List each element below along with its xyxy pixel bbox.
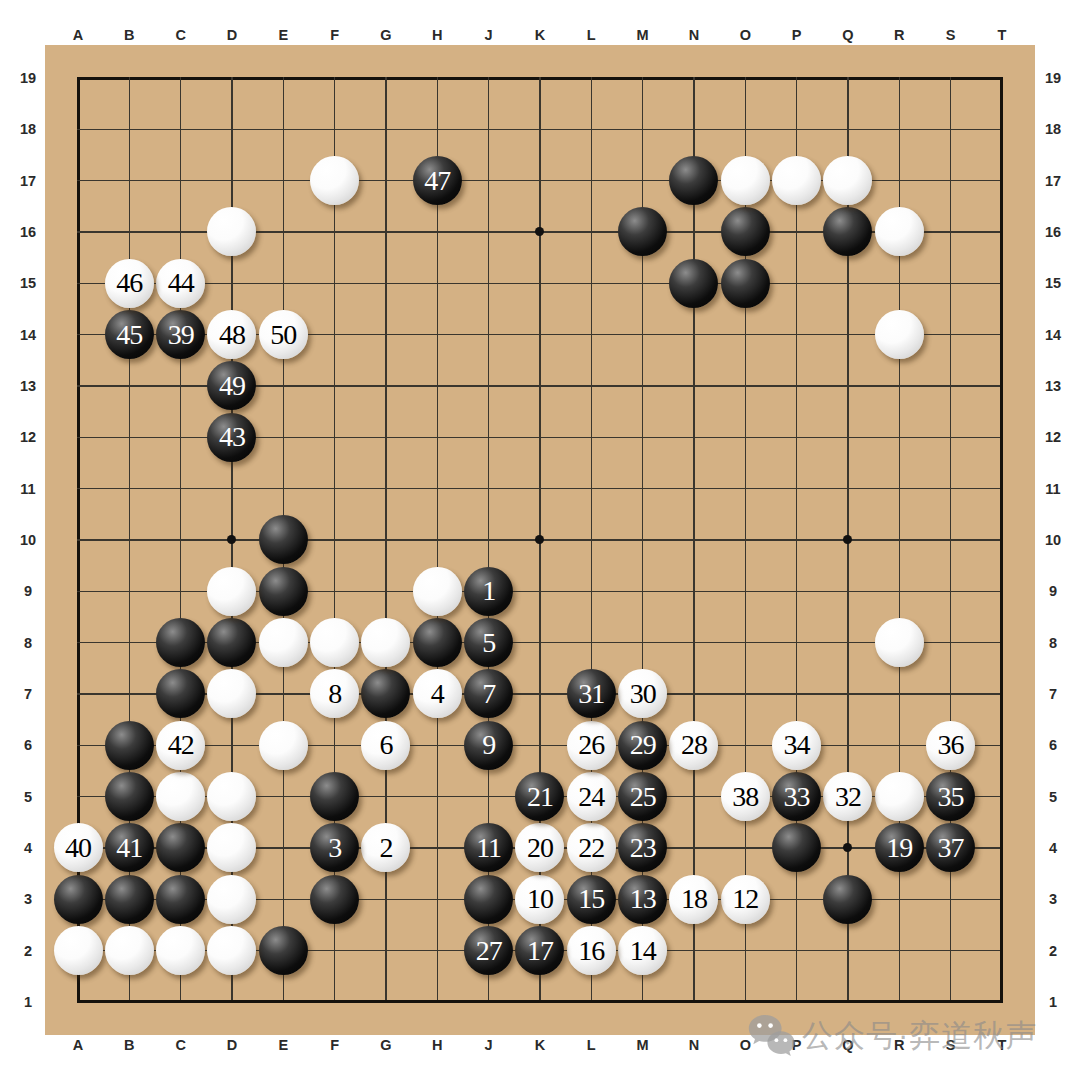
stone-white-F17 bbox=[310, 156, 359, 205]
row-label-left-9: 9 bbox=[14, 582, 42, 600]
stone-white-R16 bbox=[875, 207, 924, 256]
grid-line-v-T bbox=[1000, 77, 1003, 1004]
row-label-left-7: 7 bbox=[14, 685, 42, 703]
move-number: 50 bbox=[270, 321, 296, 349]
stone-black-E2 bbox=[259, 926, 308, 975]
col-label-top-S: S bbox=[937, 26, 965, 44]
stone-white-S6-move-36: 36 bbox=[926, 721, 975, 770]
col-label-bottom-Q: Q bbox=[834, 1036, 862, 1054]
col-label-top-K: K bbox=[526, 26, 554, 44]
move-number: 27 bbox=[476, 937, 502, 965]
move-number: 41 bbox=[116, 834, 142, 862]
row-label-right-16: 16 bbox=[1039, 223, 1067, 241]
move-number: 43 bbox=[219, 423, 245, 451]
move-number: 7 bbox=[482, 680, 495, 708]
stone-white-D3 bbox=[207, 875, 256, 924]
move-number: 29 bbox=[630, 731, 656, 759]
move-number: 37 bbox=[938, 834, 964, 862]
row-label-left-2: 2 bbox=[14, 942, 42, 960]
row-label-left-16: 16 bbox=[14, 223, 42, 241]
stone-white-N3-move-18: 18 bbox=[669, 875, 718, 924]
stone-black-B14-move-45: 45 bbox=[105, 310, 154, 359]
stone-black-P5-move-33: 33 bbox=[772, 772, 821, 821]
stone-black-F5 bbox=[310, 772, 359, 821]
move-number: 25 bbox=[630, 783, 656, 811]
row-label-right-11: 11 bbox=[1039, 480, 1067, 498]
row-label-left-14: 14 bbox=[14, 326, 42, 344]
stone-black-B5 bbox=[105, 772, 154, 821]
row-label-right-5: 5 bbox=[1039, 788, 1067, 806]
col-label-bottom-M: M bbox=[629, 1036, 657, 1054]
col-label-bottom-L: L bbox=[577, 1036, 605, 1054]
stone-white-O5-move-38: 38 bbox=[721, 772, 770, 821]
move-number: 21 bbox=[527, 783, 553, 811]
stone-black-O15 bbox=[721, 259, 770, 308]
stone-white-A2 bbox=[54, 926, 103, 975]
row-label-left-18: 18 bbox=[14, 120, 42, 138]
col-label-top-A: A bbox=[64, 26, 92, 44]
stone-black-N15 bbox=[669, 259, 718, 308]
stone-black-E9 bbox=[259, 567, 308, 616]
col-label-top-D: D bbox=[218, 26, 246, 44]
col-label-bottom-D: D bbox=[218, 1036, 246, 1054]
col-label-top-N: N bbox=[680, 26, 708, 44]
move-number: 38 bbox=[732, 783, 758, 811]
col-label-top-M: M bbox=[629, 26, 657, 44]
move-number: 28 bbox=[681, 731, 707, 759]
col-label-bottom-C: C bbox=[167, 1036, 195, 1054]
row-label-left-10: 10 bbox=[14, 531, 42, 549]
stone-black-M5-move-25: 25 bbox=[618, 772, 667, 821]
stone-white-H7-move-4: 4 bbox=[413, 669, 462, 718]
col-label-bottom-N: N bbox=[680, 1036, 708, 1054]
col-label-top-O: O bbox=[731, 26, 759, 44]
col-label-bottom-K: K bbox=[526, 1036, 554, 1054]
col-label-top-E: E bbox=[269, 26, 297, 44]
row-label-left-5: 5 bbox=[14, 788, 42, 806]
move-number: 24 bbox=[578, 783, 604, 811]
stone-black-J2-move-27: 27 bbox=[464, 926, 513, 975]
row-label-left-17: 17 bbox=[14, 172, 42, 190]
move-number: 40 bbox=[65, 834, 91, 862]
col-label-bottom-P: P bbox=[783, 1036, 811, 1054]
col-label-top-G: G bbox=[372, 26, 400, 44]
stone-white-M2-move-14: 14 bbox=[618, 926, 667, 975]
move-number: 1 bbox=[482, 577, 495, 605]
move-number: 4 bbox=[431, 680, 444, 708]
col-label-bottom-O: O bbox=[731, 1036, 759, 1054]
row-label-right-12: 12 bbox=[1039, 428, 1067, 446]
row-label-right-1: 1 bbox=[1039, 993, 1067, 1011]
stone-black-J9-move-1: 1 bbox=[464, 567, 513, 616]
grid-line-h-6 bbox=[77, 745, 1004, 747]
row-label-right-4: 4 bbox=[1039, 839, 1067, 857]
col-label-top-B: B bbox=[115, 26, 143, 44]
col-label-bottom-A: A bbox=[64, 1036, 92, 1054]
stone-black-L7-move-31: 31 bbox=[567, 669, 616, 718]
row-label-right-18: 18 bbox=[1039, 120, 1067, 138]
stone-black-C14-move-39: 39 bbox=[156, 310, 205, 359]
move-number: 32 bbox=[835, 783, 861, 811]
move-number: 42 bbox=[168, 731, 194, 759]
stone-white-B2 bbox=[105, 926, 154, 975]
move-number: 8 bbox=[328, 680, 341, 708]
stone-white-E14-move-50: 50 bbox=[259, 310, 308, 359]
stone-black-M6-move-29: 29 bbox=[618, 721, 667, 770]
stone-white-K3-move-10: 10 bbox=[515, 875, 564, 924]
stone-black-E10 bbox=[259, 515, 308, 564]
stone-white-L2-move-16: 16 bbox=[567, 926, 616, 975]
move-number: 13 bbox=[630, 885, 656, 913]
col-label-bottom-S: S bbox=[937, 1036, 965, 1054]
move-number: 34 bbox=[784, 731, 810, 759]
row-label-right-10: 10 bbox=[1039, 531, 1067, 549]
stone-black-D12-move-43: 43 bbox=[207, 413, 256, 462]
row-label-right-19: 19 bbox=[1039, 69, 1067, 87]
move-number: 16 bbox=[578, 937, 604, 965]
row-label-right-15: 15 bbox=[1039, 274, 1067, 292]
move-number: 31 bbox=[578, 680, 604, 708]
grid-line-v-N bbox=[693, 77, 695, 1004]
move-number: 11 bbox=[476, 834, 501, 862]
move-number: 17 bbox=[527, 937, 553, 965]
stone-white-C5 bbox=[156, 772, 205, 821]
move-number: 36 bbox=[938, 731, 964, 759]
move-number: 48 bbox=[219, 321, 245, 349]
row-label-right-9: 9 bbox=[1039, 582, 1067, 600]
move-number: 9 bbox=[482, 731, 495, 759]
stone-white-D9 bbox=[207, 567, 256, 616]
col-label-bottom-B: B bbox=[115, 1036, 143, 1054]
col-label-top-L: L bbox=[577, 26, 605, 44]
move-number: 23 bbox=[630, 834, 656, 862]
col-label-top-J: J bbox=[475, 26, 503, 44]
row-label-right-17: 17 bbox=[1039, 172, 1067, 190]
row-label-right-3: 3 bbox=[1039, 890, 1067, 908]
move-number: 10 bbox=[527, 885, 553, 913]
col-label-bottom-E: E bbox=[269, 1036, 297, 1054]
move-number: 30 bbox=[630, 680, 656, 708]
move-number: 19 bbox=[886, 834, 912, 862]
row-label-left-15: 15 bbox=[14, 274, 42, 292]
col-label-top-T: T bbox=[988, 26, 1016, 44]
stone-black-C3 bbox=[156, 875, 205, 924]
stone-white-G6-move-6: 6 bbox=[361, 721, 410, 770]
stone-white-L5-move-24: 24 bbox=[567, 772, 616, 821]
grid-line-h-1 bbox=[77, 1000, 1004, 1003]
row-label-left-1: 1 bbox=[14, 993, 42, 1011]
move-number: 6 bbox=[379, 731, 392, 759]
stone-black-B6 bbox=[105, 721, 154, 770]
stone-black-C8 bbox=[156, 618, 205, 667]
col-label-top-R: R bbox=[885, 26, 913, 44]
move-number: 45 bbox=[116, 321, 142, 349]
move-number: 12 bbox=[732, 885, 758, 913]
row-label-right-7: 7 bbox=[1039, 685, 1067, 703]
row-label-left-8: 8 bbox=[14, 634, 42, 652]
move-number: 26 bbox=[578, 731, 604, 759]
stone-white-C6-move-42: 42 bbox=[156, 721, 205, 770]
col-label-top-P: P bbox=[783, 26, 811, 44]
stone-black-R4-move-19: 19 bbox=[875, 823, 924, 872]
stone-black-L3-move-15: 15 bbox=[567, 875, 616, 924]
col-label-bottom-R: R bbox=[885, 1036, 913, 1054]
row-label-right-13: 13 bbox=[1039, 377, 1067, 395]
move-number: 2 bbox=[379, 834, 392, 862]
stone-black-O16 bbox=[721, 207, 770, 256]
stone-white-C15-move-44: 44 bbox=[156, 259, 205, 308]
col-label-bottom-T: T bbox=[988, 1036, 1016, 1054]
stone-black-H8 bbox=[413, 618, 462, 667]
row-label-right-2: 2 bbox=[1039, 942, 1067, 960]
stone-white-R14 bbox=[875, 310, 924, 359]
move-number: 39 bbox=[168, 321, 194, 349]
row-label-left-19: 19 bbox=[14, 69, 42, 87]
stone-white-F8 bbox=[310, 618, 359, 667]
stone-white-R5 bbox=[875, 772, 924, 821]
stone-white-P17 bbox=[772, 156, 821, 205]
move-number: 33 bbox=[784, 783, 810, 811]
stone-black-Q3 bbox=[823, 875, 872, 924]
stone-white-E8 bbox=[259, 618, 308, 667]
stone-black-F3 bbox=[310, 875, 359, 924]
stone-white-L4-move-22: 22 bbox=[567, 823, 616, 872]
stone-white-R8 bbox=[875, 618, 924, 667]
row-label-left-13: 13 bbox=[14, 377, 42, 395]
stone-black-J3 bbox=[464, 875, 513, 924]
stone-black-H17-move-47: 47 bbox=[413, 156, 462, 205]
col-label-top-C: C bbox=[167, 26, 195, 44]
stone-white-O3-move-12: 12 bbox=[721, 875, 770, 924]
stone-white-B15-move-46: 46 bbox=[105, 259, 154, 308]
stone-black-M3-move-13: 13 bbox=[618, 875, 667, 924]
move-number: 20 bbox=[527, 834, 553, 862]
move-number: 47 bbox=[424, 167, 450, 195]
stone-black-B4-move-41: 41 bbox=[105, 823, 154, 872]
move-number: 35 bbox=[938, 783, 964, 811]
row-label-right-14: 14 bbox=[1039, 326, 1067, 344]
row-label-left-12: 12 bbox=[14, 428, 42, 446]
move-number: 46 bbox=[116, 269, 142, 297]
row-label-left-4: 4 bbox=[14, 839, 42, 857]
stone-white-N6-move-28: 28 bbox=[669, 721, 718, 770]
col-label-bottom-F: F bbox=[321, 1036, 349, 1054]
stone-black-B3 bbox=[105, 875, 154, 924]
move-number: 15 bbox=[578, 885, 604, 913]
stone-black-S5-move-35: 35 bbox=[926, 772, 975, 821]
move-number: 44 bbox=[168, 269, 194, 297]
stone-white-C2 bbox=[156, 926, 205, 975]
row-label-left-6: 6 bbox=[14, 736, 42, 754]
row-label-right-8: 8 bbox=[1039, 634, 1067, 652]
stone-white-E6 bbox=[259, 721, 308, 770]
stone-white-A4-move-40: 40 bbox=[54, 823, 103, 872]
move-number: 5 bbox=[482, 629, 495, 657]
stone-white-H9 bbox=[413, 567, 462, 616]
stone-black-J8-move-5: 5 bbox=[464, 618, 513, 667]
col-label-top-F: F bbox=[321, 26, 349, 44]
col-label-bottom-G: G bbox=[372, 1036, 400, 1054]
stone-white-O17 bbox=[721, 156, 770, 205]
row-label-left-11: 11 bbox=[14, 480, 42, 498]
col-label-top-H: H bbox=[423, 26, 451, 44]
row-label-left-3: 3 bbox=[14, 890, 42, 908]
move-number: 18 bbox=[681, 885, 707, 913]
stone-white-L6-move-26: 26 bbox=[567, 721, 616, 770]
stone-black-A3 bbox=[54, 875, 103, 924]
move-number: 49 bbox=[219, 372, 245, 400]
col-label-bottom-J: J bbox=[475, 1036, 503, 1054]
row-label-right-6: 6 bbox=[1039, 736, 1067, 754]
stone-black-J6-move-9: 9 bbox=[464, 721, 513, 770]
go-kifu-diagram: AABBCCDDEEFFGGHHJJKKLLMMNNOOPPQQRRSSTT19… bbox=[0, 0, 1080, 1080]
col-label-top-Q: Q bbox=[834, 26, 862, 44]
col-label-bottom-H: H bbox=[423, 1036, 451, 1054]
move-number: 22 bbox=[578, 834, 604, 862]
move-number: 14 bbox=[630, 937, 656, 965]
move-number: 3 bbox=[328, 834, 341, 862]
stone-white-P6-move-34: 34 bbox=[772, 721, 821, 770]
